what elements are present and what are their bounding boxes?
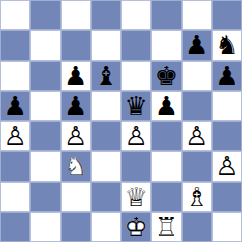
square-b5[interactable] bbox=[30, 91, 60, 121]
square-h8[interactable] bbox=[212, 0, 242, 30]
white-knight-icon[interactable]: ♞♘ bbox=[61, 151, 91, 181]
square-e8[interactable] bbox=[121, 0, 151, 30]
piece-glyph-outline: ♙ bbox=[215, 153, 238, 179]
square-f8[interactable] bbox=[151, 0, 181, 30]
square-b8[interactable] bbox=[30, 0, 60, 30]
black-queen-icon[interactable]: ♛ bbox=[121, 91, 151, 121]
square-a7[interactable] bbox=[0, 30, 30, 60]
piece-glyph: ♟ bbox=[3, 93, 26, 119]
white-bishop-icon[interactable]: ♝♗ bbox=[182, 182, 212, 212]
square-e4[interactable]: ♟♙ bbox=[121, 121, 151, 151]
square-e5[interactable]: ♛ bbox=[121, 91, 151, 121]
square-g3[interactable] bbox=[182, 151, 212, 181]
black-king-icon[interactable]: ♚ bbox=[151, 61, 181, 91]
white-pawn-icon[interactable]: ♟♙ bbox=[61, 121, 91, 151]
square-c4[interactable]: ♟♙ bbox=[61, 121, 91, 151]
square-e2[interactable]: ♛♕ bbox=[121, 182, 151, 212]
square-g7[interactable]: ♟ bbox=[182, 30, 212, 60]
square-f2[interactable] bbox=[151, 182, 181, 212]
square-g2[interactable]: ♝♗ bbox=[182, 182, 212, 212]
square-c7[interactable] bbox=[61, 30, 91, 60]
piece-glyph-outline: ♙ bbox=[185, 123, 208, 149]
square-c2[interactable] bbox=[61, 182, 91, 212]
square-d3[interactable] bbox=[91, 151, 121, 181]
piece-glyph: ♛ bbox=[124, 93, 147, 119]
square-d8[interactable] bbox=[91, 0, 121, 30]
square-e1[interactable]: ♚♔ bbox=[121, 212, 151, 242]
square-d4[interactable] bbox=[91, 121, 121, 151]
white-pawn-icon[interactable]: ♟♙ bbox=[212, 151, 242, 181]
square-g8[interactable] bbox=[182, 0, 212, 30]
black-knight-icon[interactable]: ♞ bbox=[212, 30, 242, 60]
square-b2[interactable] bbox=[30, 182, 60, 212]
piece-glyph: ♟ bbox=[185, 32, 208, 58]
square-d2[interactable] bbox=[91, 182, 121, 212]
white-pawn-icon[interactable]: ♟♙ bbox=[182, 121, 212, 151]
square-h5[interactable] bbox=[212, 91, 242, 121]
black-bishop-icon[interactable]: ♝ bbox=[91, 61, 121, 91]
square-b7[interactable] bbox=[30, 30, 60, 60]
square-g1[interactable] bbox=[182, 212, 212, 242]
square-b6[interactable] bbox=[30, 61, 60, 91]
square-d7[interactable] bbox=[91, 30, 121, 60]
piece-glyph: ♟ bbox=[155, 93, 178, 119]
black-pawn-icon[interactable]: ♟ bbox=[61, 61, 91, 91]
square-a5[interactable]: ♟ bbox=[0, 91, 30, 121]
piece-glyph: ♟ bbox=[64, 63, 87, 89]
piece-glyph-outline: ♘ bbox=[64, 153, 87, 179]
square-f3[interactable] bbox=[151, 151, 181, 181]
square-h6[interactable]: ♟ bbox=[212, 61, 242, 91]
square-f7[interactable] bbox=[151, 30, 181, 60]
square-f5[interactable]: ♟ bbox=[151, 91, 181, 121]
piece-glyph: ♞ bbox=[215, 32, 238, 58]
square-a6[interactable] bbox=[0, 61, 30, 91]
square-d6[interactable]: ♝ bbox=[91, 61, 121, 91]
piece-glyph-outline: ♙ bbox=[124, 123, 147, 149]
black-pawn-icon[interactable]: ♟ bbox=[212, 61, 242, 91]
square-c8[interactable] bbox=[61, 0, 91, 30]
square-h2[interactable] bbox=[212, 182, 242, 212]
white-pawn-icon[interactable]: ♟♙ bbox=[121, 121, 151, 151]
white-king-icon[interactable]: ♚♔ bbox=[121, 212, 151, 242]
square-e7[interactable] bbox=[121, 30, 151, 60]
square-h7[interactable]: ♞ bbox=[212, 30, 242, 60]
white-pawn-icon[interactable]: ♟♙ bbox=[0, 121, 30, 151]
piece-glyph: ♟ bbox=[64, 93, 87, 119]
square-h3[interactable]: ♟♙ bbox=[212, 151, 242, 181]
piece-glyph-outline: ♙ bbox=[3, 123, 26, 149]
square-d5[interactable] bbox=[91, 91, 121, 121]
black-pawn-icon[interactable]: ♟ bbox=[182, 30, 212, 60]
chess-board: ♟♞♟♝♚♟♟♟♛♟♟♙♟♙♟♙♟♙♞♘♟♙♛♕♝♗♚♔♜♖ bbox=[0, 0, 242, 242]
square-b3[interactable] bbox=[30, 151, 60, 181]
square-g4[interactable]: ♟♙ bbox=[182, 121, 212, 151]
square-g6[interactable] bbox=[182, 61, 212, 91]
black-pawn-icon[interactable]: ♟ bbox=[0, 91, 30, 121]
square-f4[interactable] bbox=[151, 121, 181, 151]
square-a2[interactable] bbox=[0, 182, 30, 212]
piece-glyph-outline: ♙ bbox=[64, 123, 87, 149]
black-pawn-icon[interactable]: ♟ bbox=[151, 91, 181, 121]
square-e3[interactable] bbox=[121, 151, 151, 181]
square-h1[interactable] bbox=[212, 212, 242, 242]
square-h4[interactable] bbox=[212, 121, 242, 151]
square-b1[interactable] bbox=[30, 212, 60, 242]
piece-glyph-outline: ♔ bbox=[124, 214, 147, 240]
square-a3[interactable] bbox=[0, 151, 30, 181]
square-c6[interactable]: ♟ bbox=[61, 61, 91, 91]
black-pawn-icon[interactable]: ♟ bbox=[61, 91, 91, 121]
square-a4[interactable]: ♟♙ bbox=[0, 121, 30, 151]
white-rook-icon[interactable]: ♜♖ bbox=[151, 212, 181, 242]
square-a8[interactable] bbox=[0, 0, 30, 30]
square-c1[interactable] bbox=[61, 212, 91, 242]
piece-glyph: ♚ bbox=[155, 63, 178, 89]
square-b4[interactable] bbox=[30, 121, 60, 151]
square-c3[interactable]: ♞♘ bbox=[61, 151, 91, 181]
piece-glyph-outline: ♖ bbox=[155, 214, 178, 240]
square-f6[interactable]: ♚ bbox=[151, 61, 181, 91]
square-e6[interactable] bbox=[121, 61, 151, 91]
piece-glyph-outline: ♕ bbox=[124, 184, 147, 210]
piece-glyph: ♟ bbox=[215, 63, 238, 89]
square-f1[interactable]: ♜♖ bbox=[151, 212, 181, 242]
piece-glyph: ♝ bbox=[94, 63, 117, 89]
piece-glyph-outline: ♗ bbox=[185, 184, 208, 210]
square-g5[interactable] bbox=[182, 91, 212, 121]
square-c5[interactable]: ♟ bbox=[61, 91, 91, 121]
square-a1[interactable] bbox=[0, 212, 30, 242]
white-queen-icon[interactable]: ♛♕ bbox=[121, 182, 151, 212]
square-d1[interactable] bbox=[91, 212, 121, 242]
